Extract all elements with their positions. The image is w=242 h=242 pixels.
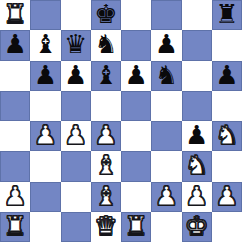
square-a2[interactable]: ♟ <box>0 182 30 212</box>
black-pawn-piece[interactable]: ♟ <box>215 61 238 90</box>
square-c4[interactable]: ♟ <box>61 121 91 151</box>
square-g7[interactable] <box>182 30 212 60</box>
square-e8[interactable] <box>121 0 151 30</box>
white-bishop-piece[interactable]: ♝ <box>94 182 117 211</box>
white-pawn-piece[interactable]: ♟ <box>215 182 238 211</box>
square-d4[interactable]: ♟ <box>91 121 121 151</box>
black-pawn-piece[interactable]: ♟ <box>34 61 57 90</box>
square-e4[interactable] <box>121 121 151 151</box>
black-pawn-piece[interactable]: ♟ <box>155 30 178 59</box>
square-c7[interactable]: ♛ <box>61 30 91 60</box>
square-h8[interactable]: ♜ <box>212 0 242 30</box>
white-bishop-piece[interactable]: ♝ <box>94 151 117 180</box>
square-d2[interactable]: ♝ <box>91 182 121 212</box>
black-rook-piece[interactable]: ♜ <box>215 0 238 29</box>
black-knight-piece[interactable]: ♞ <box>94 30 117 59</box>
square-e2[interactable] <box>121 182 151 212</box>
square-g8[interactable] <box>182 0 212 30</box>
black-pawn-piece[interactable]: ♟ <box>124 61 147 90</box>
square-a3[interactable] <box>0 151 30 181</box>
square-h4[interactable]: ♞ <box>212 121 242 151</box>
square-h2[interactable]: ♟ <box>212 182 242 212</box>
white-knight-piece[interactable]: ♞ <box>215 121 238 150</box>
square-h7[interactable] <box>212 30 242 60</box>
black-bishop-piece[interactable]: ♝ <box>94 61 117 90</box>
square-a5[interactable] <box>0 91 30 121</box>
square-f2[interactable]: ♟ <box>151 182 181 212</box>
black-king-piece[interactable]: ♚ <box>94 0 117 29</box>
square-h3[interactable] <box>212 151 242 181</box>
square-h1[interactable] <box>212 212 242 242</box>
square-f1[interactable] <box>151 212 181 242</box>
square-b3[interactable] <box>30 151 60 181</box>
square-a4[interactable] <box>0 121 30 151</box>
square-f4[interactable] <box>151 121 181 151</box>
square-a1[interactable]: ♜ <box>0 212 30 242</box>
black-bishop-piece[interactable]: ♝ <box>34 30 57 59</box>
square-b1[interactable] <box>30 212 60 242</box>
square-d6[interactable]: ♝ <box>91 61 121 91</box>
square-d3[interactable]: ♝ <box>91 151 121 181</box>
square-c8[interactable] <box>61 0 91 30</box>
white-rook-piece[interactable]: ♜ <box>124 212 147 241</box>
square-e3[interactable] <box>121 151 151 181</box>
chess-board: ♜♚♜♟♝♛♞♟♟♟♝♟♞♟♟♟♟♟♞♝♞♟♝♟♟♟♜♛♜♚ <box>0 0 242 242</box>
square-f5[interactable] <box>151 91 181 121</box>
black-pawn-piece[interactable]: ♟ <box>3 30 26 59</box>
square-c2[interactable] <box>61 182 91 212</box>
square-f7[interactable]: ♟ <box>151 30 181 60</box>
square-b7[interactable]: ♝ <box>30 30 60 60</box>
white-pawn-piece[interactable]: ♟ <box>185 182 208 211</box>
square-f3[interactable] <box>151 151 181 181</box>
black-pawn-piece[interactable]: ♟ <box>185 121 208 150</box>
square-g6[interactable] <box>182 61 212 91</box>
square-d8[interactable]: ♚ <box>91 0 121 30</box>
white-pawn-piece[interactable]: ♟ <box>155 182 178 211</box>
square-a7[interactable]: ♟ <box>0 30 30 60</box>
black-queen-piece[interactable]: ♛ <box>64 30 87 59</box>
square-g4[interactable]: ♟ <box>182 121 212 151</box>
square-h5[interactable] <box>212 91 242 121</box>
square-c1[interactable] <box>61 212 91 242</box>
white-pawn-piece[interactable]: ♟ <box>34 121 57 150</box>
square-b8[interactable] <box>30 0 60 30</box>
white-pawn-piece[interactable]: ♟ <box>64 121 87 150</box>
square-e1[interactable]: ♜ <box>121 212 151 242</box>
white-pawn-piece[interactable]: ♟ <box>3 182 26 211</box>
square-c5[interactable] <box>61 91 91 121</box>
white-queen-piece[interactable]: ♛ <box>94 212 117 241</box>
black-knight-piece[interactable]: ♞ <box>155 61 178 90</box>
square-g5[interactable] <box>182 91 212 121</box>
black-pawn-piece[interactable]: ♟ <box>64 61 87 90</box>
white-knight-piece[interactable]: ♞ <box>185 151 208 180</box>
square-e7[interactable] <box>121 30 151 60</box>
square-a8[interactable]: ♜ <box>0 0 30 30</box>
square-b6[interactable]: ♟ <box>30 61 60 91</box>
square-g3[interactable]: ♞ <box>182 151 212 181</box>
chess-board-container: ♜♚♜♟♝♛♞♟♟♟♝♟♞♟♟♟♟♟♞♝♞♟♝♟♟♟♜♛♜♚ <box>0 0 242 242</box>
square-g1[interactable]: ♚ <box>182 212 212 242</box>
white-king-piece[interactable]: ♚ <box>185 212 208 241</box>
square-c3[interactable] <box>61 151 91 181</box>
square-h6[interactable]: ♟ <box>212 61 242 91</box>
square-d1[interactable]: ♛ <box>91 212 121 242</box>
square-a6[interactable] <box>0 61 30 91</box>
white-rook-piece[interactable]: ♜ <box>3 0 26 29</box>
square-f8[interactable] <box>151 0 181 30</box>
square-c6[interactable]: ♟ <box>61 61 91 91</box>
square-e5[interactable] <box>121 91 151 121</box>
square-b4[interactable]: ♟ <box>30 121 60 151</box>
square-g2[interactable]: ♟ <box>182 182 212 212</box>
square-b5[interactable] <box>30 91 60 121</box>
square-d5[interactable] <box>91 91 121 121</box>
square-f6[interactable]: ♞ <box>151 61 181 91</box>
square-e6[interactable]: ♟ <box>121 61 151 91</box>
white-rook-piece[interactable]: ♜ <box>3 212 26 241</box>
square-d7[interactable]: ♞ <box>91 30 121 60</box>
white-pawn-piece[interactable]: ♟ <box>94 121 117 150</box>
square-b2[interactable] <box>30 182 60 212</box>
